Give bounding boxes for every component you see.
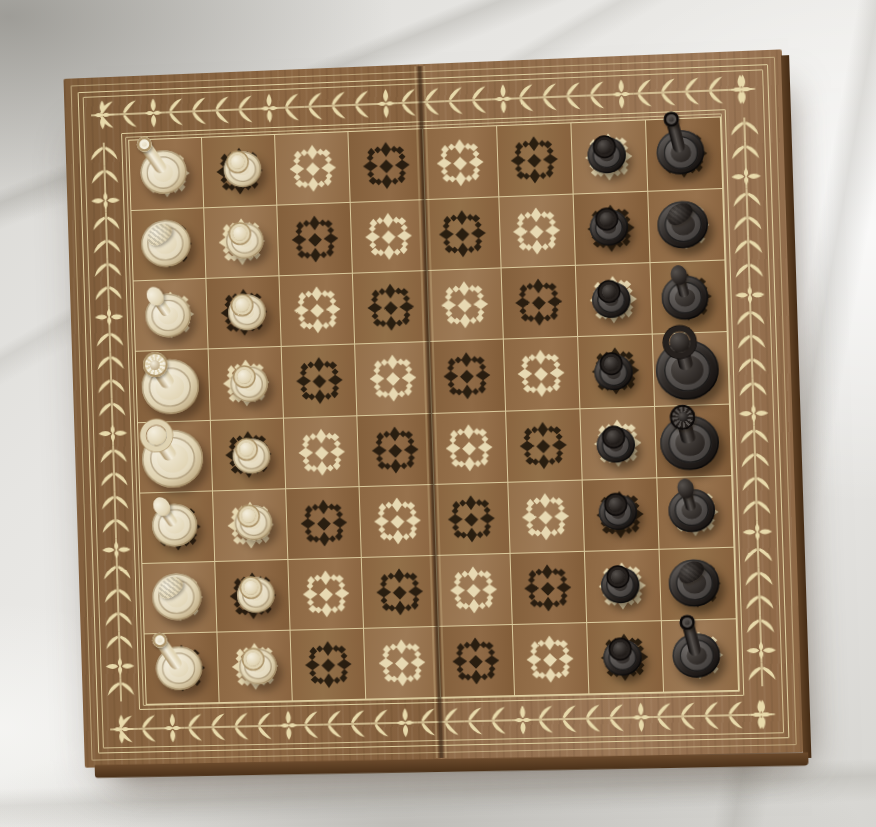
inlay-rosette-icon bbox=[366, 352, 419, 406]
inlay-rosette-icon bbox=[519, 490, 573, 544]
square[interactable] bbox=[355, 342, 430, 414]
square[interactable] bbox=[497, 123, 573, 196]
square[interactable] bbox=[423, 126, 498, 199]
square[interactable] bbox=[131, 208, 205, 280]
square[interactable] bbox=[573, 192, 649, 265]
square[interactable] bbox=[425, 197, 500, 270]
inlay-rosette-icon bbox=[368, 423, 421, 477]
square[interactable] bbox=[291, 629, 366, 701]
square[interactable] bbox=[129, 138, 203, 210]
square[interactable] bbox=[202, 135, 276, 207]
square[interactable] bbox=[286, 487, 361, 559]
square[interactable] bbox=[587, 621, 663, 693]
square[interactable] bbox=[351, 200, 426, 273]
square[interactable] bbox=[655, 404, 731, 477]
square[interactable] bbox=[512, 623, 588, 695]
inlay-rosette-icon bbox=[517, 418, 571, 472]
square[interactable] bbox=[571, 120, 647, 193]
inlay-rosette-icon bbox=[449, 634, 503, 687]
inlay-rosette-icon bbox=[375, 636, 428, 689]
square[interactable] bbox=[653, 332, 729, 405]
square[interactable] bbox=[140, 491, 214, 563]
inlay-rosette-icon bbox=[362, 210, 415, 264]
piece-head bbox=[670, 332, 691, 353]
square[interactable] bbox=[585, 550, 661, 622]
inlay-rosette-icon bbox=[442, 421, 496, 475]
inlay-rosette-icon bbox=[447, 563, 501, 616]
square[interactable] bbox=[582, 478, 658, 551]
inlay-rosette-icon bbox=[299, 567, 352, 620]
piece-head bbox=[146, 425, 166, 445]
square[interactable] bbox=[662, 619, 738, 691]
square[interactable] bbox=[278, 203, 353, 275]
square[interactable] bbox=[657, 476, 733, 549]
square[interactable] bbox=[362, 556, 437, 628]
square[interactable] bbox=[646, 117, 722, 190]
chess-board[interactable] bbox=[63, 49, 804, 767]
square[interactable] bbox=[280, 274, 355, 346]
square[interactable] bbox=[142, 562, 216, 634]
square[interactable] bbox=[503, 337, 579, 410]
square[interactable] bbox=[576, 263, 652, 336]
square[interactable] bbox=[138, 420, 212, 492]
square[interactable] bbox=[360, 485, 435, 557]
square[interactable] bbox=[438, 625, 513, 697]
inlay-rosette-icon bbox=[440, 349, 494, 403]
inlay-rosette-icon bbox=[302, 638, 355, 691]
square[interactable] bbox=[134, 279, 208, 351]
corner-flower-icon bbox=[745, 697, 781, 732]
square[interactable] bbox=[434, 482, 509, 554]
corner-flower-icon bbox=[105, 712, 139, 746]
inlay-rosette-icon bbox=[364, 281, 417, 335]
inlay-rosette-icon bbox=[508, 133, 562, 187]
square[interactable] bbox=[284, 416, 359, 488]
inlay-rosette-icon bbox=[360, 139, 413, 193]
inlay-rosette-icon bbox=[436, 207, 490, 261]
square[interactable] bbox=[289, 558, 364, 630]
square[interactable] bbox=[215, 560, 289, 632]
square[interactable] bbox=[207, 277, 281, 349]
inlay-rosette-icon bbox=[512, 276, 566, 330]
inlay-rosette-icon bbox=[290, 283, 343, 337]
corner-flower-icon bbox=[86, 97, 120, 132]
inlay-rosette-icon bbox=[514, 347, 568, 401]
square[interactable] bbox=[213, 489, 287, 561]
square[interactable] bbox=[436, 554, 511, 626]
square[interactable] bbox=[275, 132, 350, 205]
inlay-rosette-icon bbox=[433, 136, 487, 190]
inlay-rosette-icon bbox=[373, 565, 426, 618]
square[interactable] bbox=[506, 409, 582, 482]
square[interactable] bbox=[659, 547, 735, 620]
square[interactable] bbox=[510, 552, 586, 624]
square[interactable] bbox=[427, 269, 502, 342]
square[interactable] bbox=[349, 129, 424, 202]
square[interactable] bbox=[209, 347, 283, 419]
square[interactable] bbox=[580, 406, 656, 479]
inlay-rosette-icon bbox=[510, 204, 564, 258]
square[interactable] bbox=[211, 418, 285, 490]
square[interactable] bbox=[578, 335, 654, 408]
square[interactable] bbox=[429, 340, 504, 413]
inlay-rosette-icon bbox=[438, 278, 492, 332]
square[interactable] bbox=[145, 632, 219, 703]
square[interactable] bbox=[364, 627, 439, 699]
square[interactable] bbox=[218, 631, 292, 703]
inlay-rosette-icon bbox=[523, 632, 577, 685]
square[interactable] bbox=[499, 195, 575, 268]
square[interactable] bbox=[353, 271, 428, 344]
square[interactable] bbox=[650, 261, 726, 334]
square[interactable] bbox=[204, 206, 278, 278]
inlay-rosette-icon bbox=[297, 496, 350, 549]
square[interactable] bbox=[508, 480, 584, 552]
inlay-rosette-icon bbox=[293, 354, 346, 407]
inlay-rosette-icon bbox=[445, 492, 499, 546]
square[interactable] bbox=[648, 189, 724, 262]
square[interactable] bbox=[136, 350, 210, 422]
inlay-rosette-icon bbox=[288, 212, 341, 266]
photo-scene bbox=[0, 0, 876, 827]
corner-flower-icon bbox=[726, 71, 762, 107]
square[interactable] bbox=[358, 413, 433, 485]
inlay-rosette-icon bbox=[286, 142, 339, 196]
inlay-rosette-icon bbox=[295, 425, 348, 478]
square[interactable] bbox=[432, 411, 507, 483]
square[interactable] bbox=[501, 266, 577, 339]
inlay-rosette-icon bbox=[371, 494, 424, 547]
inlay-rosette-icon bbox=[521, 561, 575, 615]
square[interactable] bbox=[282, 345, 357, 417]
